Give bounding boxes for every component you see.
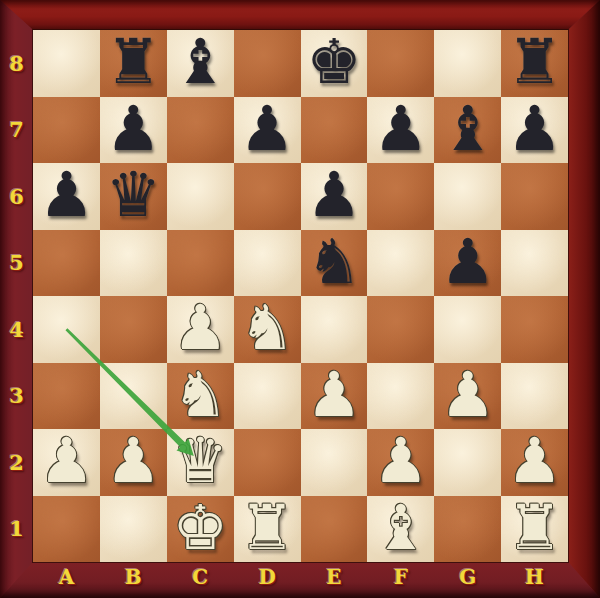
square-h5[interactable] [501, 230, 568, 297]
square-d5[interactable] [234, 230, 301, 297]
file-label-a: A [33, 562, 100, 598]
square-c3[interactable]: ♞ [167, 363, 234, 430]
square-d3[interactable] [234, 363, 301, 430]
board: ♜♝♚♜♟♟♟♝♟♟♛♟♞♟♟♞♞♟♟♟♟♛♟♟♚♜♝♜ [33, 30, 568, 562]
file-label-f: F [367, 562, 434, 598]
square-g5[interactable]: ♟ [434, 230, 501, 297]
square-d1[interactable]: ♜ [234, 496, 301, 563]
black-pawn-f7[interactable]: ♟ [373, 98, 429, 160]
square-a1[interactable] [33, 496, 100, 563]
black-pawn-e6[interactable]: ♟ [306, 164, 362, 226]
square-b6[interactable]: ♛ [100, 163, 167, 230]
square-b8[interactable]: ♜ [100, 30, 167, 97]
square-c6[interactable] [167, 163, 234, 230]
black-pawn-d7[interactable]: ♟ [239, 98, 295, 160]
square-a2[interactable]: ♟ [33, 429, 100, 496]
white-knight-d4[interactable]: ♞ [239, 297, 295, 359]
square-g7[interactable]: ♝ [434, 97, 501, 164]
white-pawn-h2[interactable]: ♟ [507, 430, 563, 492]
white-rook-h1[interactable]: ♜ [507, 497, 563, 559]
black-rook-h8[interactable]: ♜ [507, 31, 563, 93]
white-pawn-c4[interactable]: ♟ [172, 297, 228, 359]
square-f7[interactable]: ♟ [367, 97, 434, 164]
rank-label-6: 6 [0, 163, 33, 230]
square-e3[interactable]: ♟ [301, 363, 368, 430]
square-h4[interactable] [501, 296, 568, 363]
rank-label-4: 4 [0, 296, 33, 363]
rank-label-3: 3 [0, 363, 33, 430]
square-a6[interactable]: ♟ [33, 163, 100, 230]
chess-diagram: 87654321 ABCDEFGH ♜♝♚♜♟♟♟♝♟♟♛♟♞♟♟♞♞♟♟♟♟♛… [0, 0, 600, 598]
black-pawn-b7[interactable]: ♟ [106, 98, 162, 160]
square-e8[interactable]: ♚ [301, 30, 368, 97]
white-knight-c3[interactable]: ♞ [172, 364, 228, 426]
square-b5[interactable] [100, 230, 167, 297]
rank-label-7: 7 [0, 97, 33, 164]
white-pawn-b2[interactable]: ♟ [106, 430, 162, 492]
square-g8[interactable] [434, 30, 501, 97]
square-h1[interactable]: ♜ [501, 496, 568, 563]
black-pawn-h7[interactable]: ♟ [507, 98, 563, 160]
square-e5[interactable]: ♞ [301, 230, 368, 297]
file-label-g: G [434, 562, 501, 598]
square-g2[interactable] [434, 429, 501, 496]
square-h3[interactable] [501, 363, 568, 430]
square-a8[interactable] [33, 30, 100, 97]
file-label-c: C [167, 562, 234, 598]
square-c5[interactable] [167, 230, 234, 297]
rank-label-1: 1 [0, 496, 33, 563]
square-d4[interactable]: ♞ [234, 296, 301, 363]
square-a7[interactable] [33, 97, 100, 164]
square-f2[interactable]: ♟ [367, 429, 434, 496]
black-pawn-a6[interactable]: ♟ [39, 164, 95, 226]
square-a3[interactable] [33, 363, 100, 430]
black-knight-e5[interactable]: ♞ [306, 231, 362, 293]
square-b1[interactable] [100, 496, 167, 563]
square-h8[interactable]: ♜ [501, 30, 568, 97]
square-b2[interactable]: ♟ [100, 429, 167, 496]
square-f5[interactable] [367, 230, 434, 297]
rank-label-2: 2 [0, 429, 33, 496]
square-b7[interactable]: ♟ [100, 97, 167, 164]
square-c7[interactable] [167, 97, 234, 164]
rank-label-5: 5 [0, 230, 33, 297]
square-d7[interactable]: ♟ [234, 97, 301, 164]
square-c4[interactable]: ♟ [167, 296, 234, 363]
square-c8[interactable]: ♝ [167, 30, 234, 97]
square-f8[interactable] [367, 30, 434, 97]
black-bishop-g7[interactable]: ♝ [440, 98, 496, 160]
file-label-h: H [501, 562, 568, 598]
square-f4[interactable] [367, 296, 434, 363]
square-e7[interactable] [301, 97, 368, 164]
square-f3[interactable] [367, 363, 434, 430]
square-e2[interactable] [301, 429, 368, 496]
square-h2[interactable]: ♟ [501, 429, 568, 496]
square-a4[interactable] [33, 296, 100, 363]
black-rook-b8[interactable]: ♜ [106, 31, 162, 93]
file-label-b: B [100, 562, 167, 598]
square-g4[interactable] [434, 296, 501, 363]
white-pawn-a2[interactable]: ♟ [39, 430, 95, 492]
black-bishop-c8[interactable]: ♝ [172, 31, 228, 93]
square-h7[interactable]: ♟ [501, 97, 568, 164]
square-e1[interactable] [301, 496, 368, 563]
square-h6[interactable] [501, 163, 568, 230]
white-pawn-f2[interactable]: ♟ [373, 430, 429, 492]
square-d8[interactable] [234, 30, 301, 97]
rank-labels: 87654321 [0, 30, 33, 562]
white-queen-c2[interactable]: ♛ [172, 430, 228, 492]
black-king-e8[interactable]: ♚ [306, 31, 362, 93]
square-e4[interactable] [301, 296, 368, 363]
black-queen-b6[interactable]: ♛ [106, 164, 162, 226]
square-e6[interactable]: ♟ [301, 163, 368, 230]
rank-label-8: 8 [0, 30, 33, 97]
file-labels: ABCDEFGH [33, 562, 568, 598]
square-g6[interactable] [434, 163, 501, 230]
file-label-d: D [234, 562, 301, 598]
white-king-c1[interactable]: ♚ [172, 497, 228, 559]
square-f6[interactable] [367, 163, 434, 230]
square-c1[interactable]: ♚ [167, 496, 234, 563]
square-c2[interactable]: ♛ [167, 429, 234, 496]
square-d2[interactable] [234, 429, 301, 496]
square-a5[interactable] [33, 230, 100, 297]
square-b3[interactable] [100, 363, 167, 430]
square-g1[interactable] [434, 496, 501, 563]
white-bishop-f1[interactable]: ♝ [373, 497, 429, 559]
white-rook-d1[interactable]: ♜ [239, 497, 295, 559]
black-pawn-g5[interactable]: ♟ [440, 231, 496, 293]
white-pawn-e3[interactable]: ♟ [306, 364, 362, 426]
square-f1[interactable]: ♝ [367, 496, 434, 563]
square-g3[interactable]: ♟ [434, 363, 501, 430]
file-label-e: E [301, 562, 368, 598]
frame-right [568, 0, 600, 598]
square-d6[interactable] [234, 163, 301, 230]
square-b4[interactable] [100, 296, 167, 363]
white-pawn-g3[interactable]: ♟ [440, 364, 496, 426]
